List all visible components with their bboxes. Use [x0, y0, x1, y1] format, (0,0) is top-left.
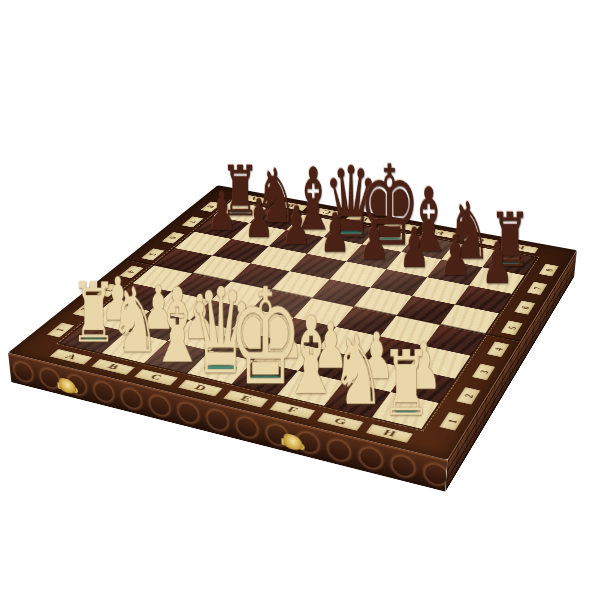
rank-label-right-4: 4: [487, 341, 510, 357]
file-label-d: D: [178, 379, 223, 396]
rank-label-right-1: 1: [440, 412, 465, 431]
rank-label-right-8: 8: [539, 264, 559, 277]
file-label-e: E: [223, 390, 268, 407]
rank-label-right-6: 6: [514, 300, 535, 314]
product-photo-scene: ABCDEFGH ABCDEFGH 87654321 87654321 ♜♞♝♛…: [0, 0, 600, 600]
file-label-c: C: [134, 369, 178, 385]
brass-clasp-right: [284, 433, 303, 452]
felt-base-ring: [215, 226, 229, 229]
board-plane: ABCDEFGH ABCDEFGH 87654321 87654321 ♜♞♝♛…: [8, 185, 577, 460]
felt-base-ring: [367, 255, 382, 258]
file-label-g: G: [317, 412, 364, 430]
brass-clasp-left: [59, 377, 77, 395]
file-label-b: B: [92, 359, 135, 375]
file-label-h: H: [366, 424, 413, 443]
felt-base-ring: [289, 240, 304, 243]
felt-base-ring: [407, 263, 422, 266]
rank-label-right-5: 5: [501, 320, 523, 335]
felt-base-ring: [448, 271, 463, 274]
felt-base-ring: [252, 233, 266, 236]
rank-label-right-7: 7: [527, 281, 547, 294]
file-label-a: A: [50, 349, 93, 365]
rank-label-right-2: 2: [456, 387, 480, 405]
file-label-f: F: [270, 401, 316, 419]
felt-base-ring: [489, 279, 504, 282]
rank-label-right-3: 3: [472, 363, 495, 380]
felt-base-ring: [327, 248, 342, 251]
